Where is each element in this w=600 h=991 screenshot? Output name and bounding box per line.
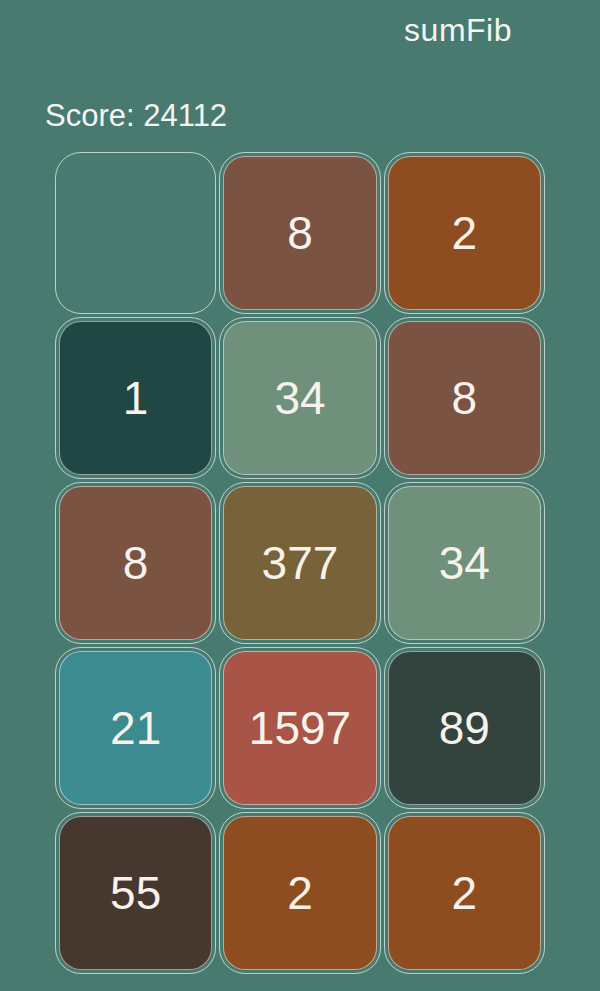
app-title: sumFib <box>404 12 512 49</box>
tile-1: 1 <box>59 321 212 475</box>
board-cell: 89 <box>384 647 545 809</box>
tile-1597: 1597 <box>223 651 376 805</box>
tile-2: 2 <box>223 816 376 970</box>
board-cell: 21 <box>55 647 216 809</box>
board-cell: 55 <box>55 812 216 974</box>
board-cell: 8 <box>55 482 216 644</box>
board-cell: 34 <box>384 482 545 644</box>
tile-21: 21 <box>59 651 212 805</box>
board-cell <box>55 152 216 314</box>
board-cell: 2 <box>384 152 545 314</box>
board-cell: 1597 <box>219 647 380 809</box>
tile-89: 89 <box>388 651 541 805</box>
tile-34: 34 <box>223 321 376 475</box>
board-cell: 377 <box>219 482 380 644</box>
tile-8: 8 <box>59 486 212 640</box>
board-cell: 8 <box>219 152 380 314</box>
board-cell: 34 <box>219 317 380 479</box>
tile-55: 55 <box>59 816 212 970</box>
board-cell: 1 <box>55 317 216 479</box>
board-cell: 2 <box>219 812 380 974</box>
tile-34: 34 <box>388 486 541 640</box>
tile-8: 8 <box>223 156 376 310</box>
board-cell: 2 <box>384 812 545 974</box>
game-board[interactable]: 821348837734211597895522 <box>55 152 545 974</box>
board-cell: 8 <box>384 317 545 479</box>
tile-2: 2 <box>388 156 541 310</box>
tile-377: 377 <box>223 486 376 640</box>
tile-2: 2 <box>388 816 541 970</box>
score-display: Score: 24112 <box>45 98 227 134</box>
tile-8: 8 <box>388 321 541 475</box>
